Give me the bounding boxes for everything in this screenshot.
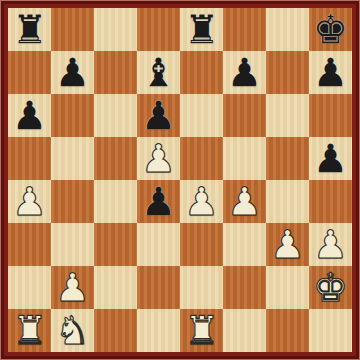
piece-black-pawn[interactable]: ♟: [12, 94, 47, 137]
square-f3[interactable]: [223, 223, 266, 266]
piece-black-pawn[interactable]: ♟: [55, 51, 90, 94]
square-d3[interactable]: [137, 223, 180, 266]
square-a8[interactable]: ♜: [8, 8, 51, 51]
square-f2[interactable]: [223, 266, 266, 309]
piece-white-rook[interactable]: ♜: [184, 309, 219, 352]
square-d5[interactable]: ♟: [137, 137, 180, 180]
square-c3[interactable]: [94, 223, 137, 266]
square-a6[interactable]: ♟: [8, 94, 51, 137]
square-h3[interactable]: ♟: [309, 223, 352, 266]
square-b2[interactable]: ♟: [51, 266, 94, 309]
square-e6[interactable]: [180, 94, 223, 137]
piece-black-pawn[interactable]: ♟: [141, 94, 176, 137]
square-c4[interactable]: [94, 180, 137, 223]
square-c2[interactable]: [94, 266, 137, 309]
chess-board: ♜♜♚♟♝♟♟♟♟♟♟♟♟♟♟♟♟♟♚♜♞♜: [8, 8, 352, 352]
square-g6[interactable]: [266, 94, 309, 137]
piece-white-pawn[interactable]: ♟: [141, 137, 176, 180]
square-c6[interactable]: [94, 94, 137, 137]
square-g3[interactable]: ♟: [266, 223, 309, 266]
piece-black-rook[interactable]: ♜: [184, 8, 219, 51]
square-d7[interactable]: ♝: [137, 51, 180, 94]
square-g1[interactable]: [266, 309, 309, 352]
chess-board-frame: ♜♜♚♟♝♟♟♟♟♟♟♟♟♟♟♟♟♟♚♜♞♜: [0, 0, 360, 360]
square-c5[interactable]: [94, 137, 137, 180]
piece-white-pawn[interactable]: ♟: [55, 266, 90, 309]
square-b1[interactable]: ♞: [51, 309, 94, 352]
square-b5[interactable]: [51, 137, 94, 180]
square-g2[interactable]: [266, 266, 309, 309]
square-a4[interactable]: ♟: [8, 180, 51, 223]
square-c7[interactable]: [94, 51, 137, 94]
piece-black-pawn[interactable]: ♟: [227, 51, 262, 94]
piece-black-pawn[interactable]: ♟: [313, 51, 348, 94]
square-d2[interactable]: [137, 266, 180, 309]
square-d6[interactable]: ♟: [137, 94, 180, 137]
square-a2[interactable]: [8, 266, 51, 309]
square-b6[interactable]: [51, 94, 94, 137]
square-g5[interactable]: [266, 137, 309, 180]
piece-black-pawn[interactable]: ♟: [313, 137, 348, 180]
square-b4[interactable]: [51, 180, 94, 223]
square-g7[interactable]: [266, 51, 309, 94]
square-b3[interactable]: [51, 223, 94, 266]
square-d4[interactable]: ♟: [137, 180, 180, 223]
piece-white-pawn[interactable]: ♟: [12, 180, 47, 223]
piece-white-pawn[interactable]: ♟: [184, 180, 219, 223]
square-h2[interactable]: ♚: [309, 266, 352, 309]
square-h7[interactable]: ♟: [309, 51, 352, 94]
square-e8[interactable]: ♜: [180, 8, 223, 51]
square-a1[interactable]: ♜: [8, 309, 51, 352]
square-a3[interactable]: [8, 223, 51, 266]
square-h6[interactable]: [309, 94, 352, 137]
square-f4[interactable]: ♟: [223, 180, 266, 223]
piece-white-pawn[interactable]: ♟: [313, 223, 348, 266]
square-b8[interactable]: [51, 8, 94, 51]
square-g4[interactable]: [266, 180, 309, 223]
square-f7[interactable]: ♟: [223, 51, 266, 94]
square-h5[interactable]: ♟: [309, 137, 352, 180]
piece-black-rook[interactable]: ♜: [12, 8, 47, 51]
square-f8[interactable]: [223, 8, 266, 51]
square-e7[interactable]: [180, 51, 223, 94]
square-f5[interactable]: [223, 137, 266, 180]
piece-white-pawn[interactable]: ♟: [227, 180, 262, 223]
square-e2[interactable]: [180, 266, 223, 309]
square-h1[interactable]: [309, 309, 352, 352]
square-e3[interactable]: [180, 223, 223, 266]
square-b7[interactable]: ♟: [51, 51, 94, 94]
square-h4[interactable]: [309, 180, 352, 223]
piece-black-pawn[interactable]: ♟: [141, 180, 176, 223]
piece-black-king[interactable]: ♚: [313, 8, 348, 51]
square-e1[interactable]: ♜: [180, 309, 223, 352]
square-g8[interactable]: [266, 8, 309, 51]
square-e4[interactable]: ♟: [180, 180, 223, 223]
piece-white-pawn[interactable]: ♟: [270, 223, 305, 266]
square-e5[interactable]: [180, 137, 223, 180]
square-f1[interactable]: [223, 309, 266, 352]
square-c8[interactable]: [94, 8, 137, 51]
piece-white-rook[interactable]: ♜: [12, 309, 47, 352]
square-a5[interactable]: [8, 137, 51, 180]
piece-black-bishop[interactable]: ♝: [141, 51, 176, 94]
square-d1[interactable]: [137, 309, 180, 352]
square-a7[interactable]: [8, 51, 51, 94]
square-c1[interactable]: [94, 309, 137, 352]
square-h8[interactable]: ♚: [309, 8, 352, 51]
piece-white-king[interactable]: ♚: [313, 266, 348, 309]
square-f6[interactable]: [223, 94, 266, 137]
square-d8[interactable]: [137, 8, 180, 51]
piece-white-knight[interactable]: ♞: [55, 309, 90, 352]
